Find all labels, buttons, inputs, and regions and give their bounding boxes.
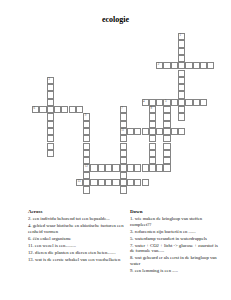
grid-cell[interactable] <box>83 121 90 128</box>
grid-cell[interactable] <box>120 121 127 128</box>
grid-cell[interactable] <box>178 70 185 77</box>
grid-cell[interactable] <box>120 164 127 171</box>
grid-cell[interactable]: 6 <box>32 106 39 113</box>
grid-cell[interactable] <box>178 99 185 106</box>
grid-cell[interactable] <box>171 128 178 135</box>
grid-cell[interactable] <box>54 106 61 113</box>
grid-cell[interactable] <box>149 135 156 142</box>
grid-cell[interactable]: 11 <box>120 128 127 135</box>
clue-down-7: 7. water + CO2 + licht -> glucose + zuur… <box>130 243 222 254</box>
grid-cell[interactable] <box>193 62 200 69</box>
clue-down-8: 8. wat gebeurd er als eerst in de kringl… <box>130 255 222 266</box>
grid-cell[interactable] <box>207 62 214 69</box>
grid-cell[interactable]: 13 <box>76 179 83 186</box>
grid-cell[interactable] <box>149 164 156 171</box>
grid-cell[interactable] <box>163 62 170 69</box>
clue-across-13: 13. wat is de eerste schakel van een voe… <box>28 257 124 262</box>
grid-cell[interactable] <box>47 99 54 106</box>
grid-cell[interactable] <box>83 135 90 142</box>
grid-cell[interactable] <box>163 150 170 157</box>
clue-number: 1 <box>180 34 182 37</box>
grid-cell[interactable]: 1 <box>178 33 185 40</box>
grid-cell[interactable] <box>83 157 90 164</box>
grid-cell[interactable] <box>163 106 170 113</box>
grid-cell[interactable] <box>120 172 127 179</box>
grid-cell[interactable] <box>156 164 163 171</box>
grid-cell[interactable]: 4 <box>142 99 149 106</box>
grid-cell[interactable] <box>193 99 200 106</box>
grid-cell[interactable] <box>163 143 170 150</box>
grid-cell[interactable] <box>142 164 149 171</box>
grid-cell[interactable] <box>127 179 134 186</box>
grid-cell[interactable] <box>178 62 185 69</box>
grid-cell[interactable] <box>149 113 156 120</box>
grid-cell[interactable] <box>90 164 97 171</box>
grid-cell[interactable] <box>134 164 141 171</box>
grid-cell[interactable] <box>185 99 192 106</box>
grid-cell[interactable] <box>134 128 141 135</box>
grid-cell[interactable] <box>178 55 185 62</box>
grid-cell[interactable] <box>47 84 54 91</box>
grid-cell[interactable] <box>200 62 207 69</box>
grid-cell[interactable] <box>142 128 149 135</box>
across-clue-list: 2. een individu behorend tot een bepaald… <box>28 216 124 262</box>
grid-cell[interactable] <box>178 84 185 91</box>
down-clues-section: Down 1. wie maken de kringloop van stoff… <box>130 209 222 275</box>
grid-cell[interactable]: 8 <box>149 106 156 113</box>
grid-cell[interactable] <box>178 113 185 120</box>
grid-cell[interactable] <box>76 106 83 113</box>
grid-cell[interactable] <box>47 128 54 135</box>
grid-cell[interactable] <box>120 143 127 150</box>
grid-cell[interactable] <box>47 91 54 98</box>
clue-across-12: 12. dieren die planten en dieren eten he… <box>28 250 124 255</box>
grid-cell[interactable] <box>47 121 54 128</box>
grid-cell[interactable] <box>171 99 178 106</box>
crossword-board: 123456711891213 <box>0 0 231 210</box>
grid-cell[interactable] <box>47 113 54 120</box>
grid-cell[interactable] <box>112 179 119 186</box>
clue-down-5: 5. waterdamp verandert in waterdruppels <box>130 236 222 241</box>
grid-cell[interactable] <box>120 135 127 142</box>
grid-cell[interactable] <box>156 128 163 135</box>
grid-cell[interactable] <box>156 99 163 106</box>
grid-cell[interactable] <box>105 179 112 186</box>
grid-cell[interactable] <box>171 62 178 69</box>
grid-cell[interactable] <box>149 157 156 164</box>
grid-cell[interactable] <box>120 150 127 157</box>
grid-cell[interactable] <box>47 135 54 142</box>
grid-cell[interactable]: 3 <box>47 77 54 84</box>
grid-cell[interactable] <box>178 40 185 47</box>
grid-cell[interactable] <box>98 179 105 186</box>
grid-cell[interactable] <box>127 164 134 171</box>
grid-cell[interactable] <box>47 150 54 157</box>
grid-cell[interactable] <box>120 179 127 186</box>
clue-across-2: 2. een individu behorend tot een bepaald… <box>28 216 124 221</box>
clue-number: 5 <box>165 100 167 103</box>
grid-cell[interactable] <box>178 77 185 84</box>
grid-cell[interactable] <box>185 62 192 69</box>
grid-cell[interactable]: 9 <box>83 113 90 120</box>
grid-cell[interactable] <box>69 106 76 113</box>
grid-cell[interactable] <box>163 121 170 128</box>
down-header: Down <box>130 209 222 214</box>
clue-number: 6 <box>34 107 36 110</box>
grid-cell[interactable] <box>127 128 134 135</box>
grid-cell[interactable]: 5 <box>163 99 170 106</box>
across-clues-section: Across 2. een individu behorend tot een … <box>28 209 124 264</box>
grid-cell[interactable] <box>149 99 156 106</box>
across-header: Across <box>28 209 124 214</box>
clue-number: 11 <box>121 129 124 132</box>
grid-cell[interactable] <box>149 128 156 135</box>
grid-cell[interactable] <box>120 113 127 120</box>
clue-number: 8 <box>150 107 152 110</box>
grid-cell[interactable] <box>163 128 170 135</box>
clue-down-3: 3. reducenten zijn bacteriën en ...... <box>130 229 222 234</box>
grid-cell[interactable] <box>134 179 141 186</box>
clue-number: 4 <box>143 100 145 103</box>
grid-cell[interactable] <box>149 121 156 128</box>
down-clue-list: 1. wie maken de kringloop van stoffen co… <box>130 216 222 273</box>
grid-cell[interactable] <box>178 106 185 113</box>
grid-cell[interactable] <box>47 143 54 150</box>
grid-cell[interactable] <box>163 113 170 120</box>
grid-cell[interactable] <box>83 143 90 150</box>
grid-cell[interactable] <box>142 179 149 186</box>
grid-cell[interactable] <box>105 164 112 171</box>
clue-down-9: 9. een lemming is een ..... <box>130 268 222 273</box>
grid-cell[interactable] <box>149 143 156 150</box>
clue-number: 3 <box>48 78 50 81</box>
grid-cell[interactable] <box>83 186 90 193</box>
clue-number: 9 <box>85 114 87 117</box>
grid-cell[interactable] <box>163 135 170 142</box>
grid-cell[interactable] <box>120 157 127 164</box>
grid-cell[interactable] <box>61 106 68 113</box>
clue-across-11: 11. een wezel is een......... <box>28 243 124 248</box>
clue-across-6: 6. één enkel organisme <box>28 236 124 241</box>
grid-cell[interactable] <box>178 91 185 98</box>
grid-cell[interactable] <box>163 157 170 164</box>
grid-cell[interactable] <box>178 48 185 55</box>
clue-down-1: 1. wie maken de kringloop van stoffen co… <box>130 216 222 227</box>
grid-cell[interactable] <box>83 150 90 157</box>
grid-cell[interactable] <box>47 106 54 113</box>
grid-cell[interactable] <box>178 128 185 135</box>
clue-number: 12 <box>85 165 88 168</box>
grid-cell[interactable] <box>98 164 105 171</box>
grid-cell[interactable]: 12 <box>83 164 90 171</box>
grid-cell[interactable] <box>39 106 46 113</box>
clue-number: 2 <box>158 63 160 66</box>
grid-cell[interactable] <box>200 99 207 106</box>
clue-number: 13 <box>77 180 80 183</box>
grid-cell[interactable] <box>83 128 90 135</box>
grid-cell[interactable]: 2 <box>156 62 163 69</box>
grid-cell[interactable] <box>112 164 119 171</box>
grid-cell[interactable] <box>149 150 156 157</box>
grid-cell[interactable] <box>90 179 97 186</box>
grid-cell[interactable] <box>83 179 90 186</box>
grid-cell[interactable] <box>83 172 90 179</box>
grid-cell[interactable] <box>163 164 170 171</box>
clue-number: 7 <box>121 107 123 110</box>
grid-cell[interactable] <box>120 186 127 193</box>
grid-cell[interactable]: 7 <box>120 106 127 113</box>
clue-across-4: 4. gebied waar biotische en abiotische f… <box>28 223 124 234</box>
